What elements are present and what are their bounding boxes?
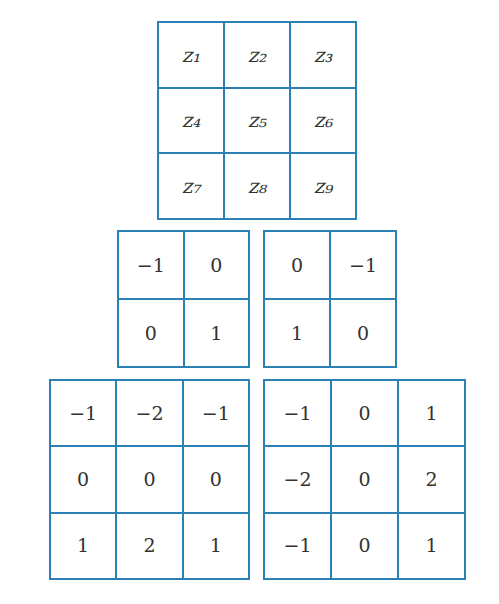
sobel-vertical-mask-grid-cell-r3c3: 1 bbox=[399, 514, 464, 578]
roberts-mask-1-grid: −1001 bbox=[117, 230, 250, 368]
image-region-grid-cell-r1c3: z₃ bbox=[291, 23, 355, 87]
sobel-vertical-mask-grid-cell-r3c1: −1 bbox=[265, 514, 330, 578]
image-region-grid-cell-r3c2: z₈ bbox=[225, 154, 289, 218]
sobel-horizontal-mask-grid-cell-r3c1: 1 bbox=[51, 514, 115, 578]
roberts-mask-1-grid-cell-r2c1: 0 bbox=[119, 300, 183, 366]
sobel-horizontal-mask-grid-cell-r1c2: −2 bbox=[117, 381, 181, 445]
sobel-horizontal-mask-grid-cell-r2c3: 0 bbox=[184, 447, 248, 511]
image-region-grid-cell-r1c1: z₁ bbox=[159, 23, 223, 87]
sobel-vertical-mask-grid: −101−202−101 bbox=[263, 379, 466, 580]
image-region-grid-cell-r3c3: z₉ bbox=[291, 154, 355, 218]
image-region-grid-cell-r3c1: z₇ bbox=[159, 154, 223, 218]
roberts-mask-1-grid-cell-r1c1: −1 bbox=[119, 232, 183, 298]
roberts-mask-2-grid: 0−110 bbox=[263, 230, 397, 368]
sobel-horizontal-mask-grid-cell-r2c2: 0 bbox=[117, 447, 181, 511]
sobel-horizontal-mask-grid-cell-r2c1: 0 bbox=[51, 447, 115, 511]
roberts-mask-2-grid-cell-r2c2: 0 bbox=[331, 300, 395, 366]
roberts-mask-1-grid-cell-r1c2: 0 bbox=[185, 232, 249, 298]
sobel-horizontal-mask-grid-cell-r1c1: −1 bbox=[51, 381, 115, 445]
sobel-vertical-mask-grid-cell-r1c3: 1 bbox=[399, 381, 464, 445]
image-region-grid-cell-r2c3: z₆ bbox=[291, 89, 355, 153]
sobel-horizontal-mask-grid-cell-r1c3: −1 bbox=[184, 381, 248, 445]
sobel-vertical-mask-grid-cell-r1c1: −1 bbox=[265, 381, 330, 445]
sobel-horizontal-mask-grid-cell-r3c2: 2 bbox=[117, 514, 181, 578]
image-region-grid-cell-r2c1: z₄ bbox=[159, 89, 223, 153]
sobel-vertical-mask-grid-cell-r2c2: 0 bbox=[332, 447, 397, 511]
roberts-mask-2-grid-cell-r1c1: 0 bbox=[265, 232, 329, 298]
sobel-vertical-mask-grid-cell-r3c2: 0 bbox=[332, 514, 397, 578]
sobel-horizontal-mask-grid: −1−2−1000121 bbox=[49, 379, 250, 580]
roberts-mask-2-grid-cell-r1c2: −1 bbox=[331, 232, 395, 298]
image-region-grid: z₁z₂z₃z₄z₅z₆z₇z₈z₉ bbox=[157, 21, 357, 220]
sobel-vertical-mask-grid-cell-r1c2: 0 bbox=[332, 381, 397, 445]
figure-canvas: z₁z₂z₃z₄z₅z₆z₇z₈z₉ −1001 0−110 −1−2−1000… bbox=[0, 0, 499, 604]
sobel-vertical-mask-grid-cell-r2c3: 2 bbox=[399, 447, 464, 511]
sobel-vertical-mask-grid-cell-r2c1: −2 bbox=[265, 447, 330, 511]
image-region-grid-cell-r2c2: z₅ bbox=[225, 89, 289, 153]
roberts-mask-2-grid-cell-r2c1: 1 bbox=[265, 300, 329, 366]
image-region-grid-cell-r1c2: z₂ bbox=[225, 23, 289, 87]
sobel-horizontal-mask-grid-cell-r3c3: 1 bbox=[184, 514, 248, 578]
roberts-mask-1-grid-cell-r2c2: 1 bbox=[185, 300, 249, 366]
